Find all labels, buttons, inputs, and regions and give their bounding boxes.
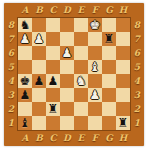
piece-black-rook[interactable]: ♜ xyxy=(118,116,129,130)
file-label-g: G xyxy=(102,131,116,145)
file-label-a: A xyxy=(18,3,32,17)
square-d5[interactable] xyxy=(60,60,74,74)
file-label-b: B xyxy=(32,3,46,17)
square-c6[interactable] xyxy=(46,46,60,60)
square-c2[interactable]: ♜ xyxy=(46,102,60,116)
square-g2[interactable] xyxy=(102,102,116,116)
piece-black-pawn[interactable]: ♟ xyxy=(34,74,45,88)
square-a5[interactable] xyxy=(18,60,32,74)
square-g8[interactable] xyxy=(102,18,116,32)
square-c8[interactable] xyxy=(46,18,60,32)
piece-white-pawn[interactable]: ♟ xyxy=(90,88,101,102)
rank-label-2: 2 xyxy=(4,102,18,116)
square-d3[interactable] xyxy=(60,88,74,102)
square-g3[interactable] xyxy=(102,88,116,102)
piece-white-knight[interactable]: ♞ xyxy=(76,74,87,88)
square-e7[interactable] xyxy=(74,32,88,46)
file-label-f: F xyxy=(88,3,102,17)
chess-diagram: ABCDEFGH 87654321 87654321 ABCDEFGH ♞♚♟♟… xyxy=(0,0,148,150)
square-e8[interactable] xyxy=(74,18,88,32)
piece-white-bishop[interactable]: ♝ xyxy=(90,60,101,74)
file-label-b: B xyxy=(32,131,46,145)
rank-label-8: 8 xyxy=(4,18,18,32)
piece-black-rook[interactable]: ♜ xyxy=(48,102,59,116)
square-e6[interactable] xyxy=(74,46,88,60)
square-h8[interactable] xyxy=(116,18,130,32)
rank-label-1: 1 xyxy=(130,116,144,130)
square-g1[interactable] xyxy=(102,116,116,130)
file-labels-bottom: ABCDEFGH xyxy=(18,131,130,145)
file-label-c: C xyxy=(46,131,60,145)
file-label-h: H xyxy=(116,3,130,17)
chess-board: ♞♚♟♟♜♟♝♚♟♟♞♟♟♜♝♜ xyxy=(18,18,130,130)
square-d8[interactable] xyxy=(60,18,74,32)
piece-white-pawn[interactable]: ♟ xyxy=(34,32,45,46)
square-c7[interactable] xyxy=(46,32,60,46)
square-a2[interactable] xyxy=(18,102,32,116)
square-d2[interactable] xyxy=(60,102,74,116)
piece-white-pawn[interactable]: ♟ xyxy=(62,46,73,60)
rank-label-2: 2 xyxy=(130,102,144,116)
square-h5[interactable] xyxy=(116,60,130,74)
square-a1[interactable]: ♝ xyxy=(18,116,32,130)
file-label-e: E xyxy=(74,131,88,145)
rank-label-3: 3 xyxy=(130,88,144,102)
file-label-f: F xyxy=(88,131,102,145)
piece-black-king[interactable]: ♚ xyxy=(20,74,31,88)
square-d6[interactable]: ♟ xyxy=(60,46,74,60)
piece-white-king[interactable]: ♚ xyxy=(90,18,101,32)
rank-label-5: 5 xyxy=(4,60,18,74)
square-h4[interactable] xyxy=(116,74,130,88)
piece-white-pawn[interactable]: ♟ xyxy=(20,32,31,46)
piece-black-rook[interactable]: ♜ xyxy=(104,32,115,46)
square-d7[interactable] xyxy=(60,32,74,46)
rank-label-1: 1 xyxy=(4,116,18,130)
piece-black-pawn[interactable]: ♟ xyxy=(48,74,59,88)
square-c3[interactable] xyxy=(46,88,60,102)
square-h6[interactable] xyxy=(116,46,130,60)
square-f3[interactable]: ♟ xyxy=(88,88,102,102)
square-b7[interactable]: ♟ xyxy=(32,32,46,46)
square-b8[interactable] xyxy=(32,18,46,32)
square-f2[interactable] xyxy=(88,102,102,116)
file-label-c: C xyxy=(46,3,60,17)
rank-label-3: 3 xyxy=(4,88,18,102)
square-e2[interactable] xyxy=(74,102,88,116)
file-label-g: G xyxy=(102,3,116,17)
square-g4[interactable] xyxy=(102,74,116,88)
rank-labels-right: 87654321 xyxy=(130,18,144,130)
square-c5[interactable] xyxy=(46,60,60,74)
square-d1[interactable] xyxy=(60,116,74,130)
rank-label-7: 7 xyxy=(130,32,144,46)
square-f7[interactable] xyxy=(88,32,102,46)
rank-label-4: 4 xyxy=(4,74,18,88)
square-f8[interactable]: ♚ xyxy=(88,18,102,32)
square-a6[interactable] xyxy=(18,46,32,60)
square-a8[interactable]: ♞ xyxy=(18,18,32,32)
square-h2[interactable] xyxy=(116,102,130,116)
square-g5[interactable] xyxy=(102,60,116,74)
rank-label-5: 5 xyxy=(130,60,144,74)
square-b1[interactable] xyxy=(32,116,46,130)
file-label-a: A xyxy=(18,131,32,145)
square-h1[interactable]: ♜ xyxy=(116,116,130,130)
square-h7[interactable] xyxy=(116,32,130,46)
piece-black-knight[interactable]: ♞ xyxy=(20,18,31,32)
square-g7[interactable]: ♜ xyxy=(102,32,116,46)
file-label-d: D xyxy=(60,3,74,17)
square-c4[interactable]: ♟ xyxy=(46,74,60,88)
square-a4[interactable]: ♚ xyxy=(18,74,32,88)
file-label-h: H xyxy=(116,131,130,145)
rank-label-6: 6 xyxy=(4,46,18,60)
square-c1[interactable] xyxy=(46,116,60,130)
file-label-d: D xyxy=(60,131,74,145)
square-e4[interactable]: ♞ xyxy=(74,74,88,88)
square-b4[interactable]: ♟ xyxy=(32,74,46,88)
square-b6[interactable] xyxy=(32,46,46,60)
square-d4[interactable] xyxy=(60,74,74,88)
square-b5[interactable] xyxy=(32,60,46,74)
piece-black-bishop[interactable]: ♝ xyxy=(20,116,31,130)
file-label-e: E xyxy=(74,3,88,17)
rank-label-7: 7 xyxy=(4,32,18,46)
square-f5[interactable]: ♝ xyxy=(88,60,102,74)
square-g6[interactable] xyxy=(102,46,116,60)
square-h3[interactable] xyxy=(116,88,130,102)
rank-labels-left: 87654321 xyxy=(4,18,18,130)
square-f4[interactable] xyxy=(88,74,102,88)
square-a7[interactable]: ♟ xyxy=(18,32,32,46)
file-labels-top: ABCDEFGH xyxy=(18,3,130,17)
piece-black-pawn[interactable]: ♟ xyxy=(20,88,31,102)
square-a3[interactable]: ♟ xyxy=(18,88,32,102)
square-b2[interactable] xyxy=(32,102,46,116)
square-f1[interactable] xyxy=(88,116,102,130)
rank-label-8: 8 xyxy=(130,18,144,32)
rank-label-4: 4 xyxy=(130,74,144,88)
square-b3[interactable] xyxy=(32,88,46,102)
square-e1[interactable] xyxy=(74,116,88,130)
chess-board-frame: ABCDEFGH 87654321 87654321 ABCDEFGH ♞♚♟♟… xyxy=(4,3,144,146)
rank-label-6: 6 xyxy=(130,46,144,60)
square-e5[interactable] xyxy=(74,60,88,74)
square-f6[interactable] xyxy=(88,46,102,60)
square-e3[interactable] xyxy=(74,88,88,102)
